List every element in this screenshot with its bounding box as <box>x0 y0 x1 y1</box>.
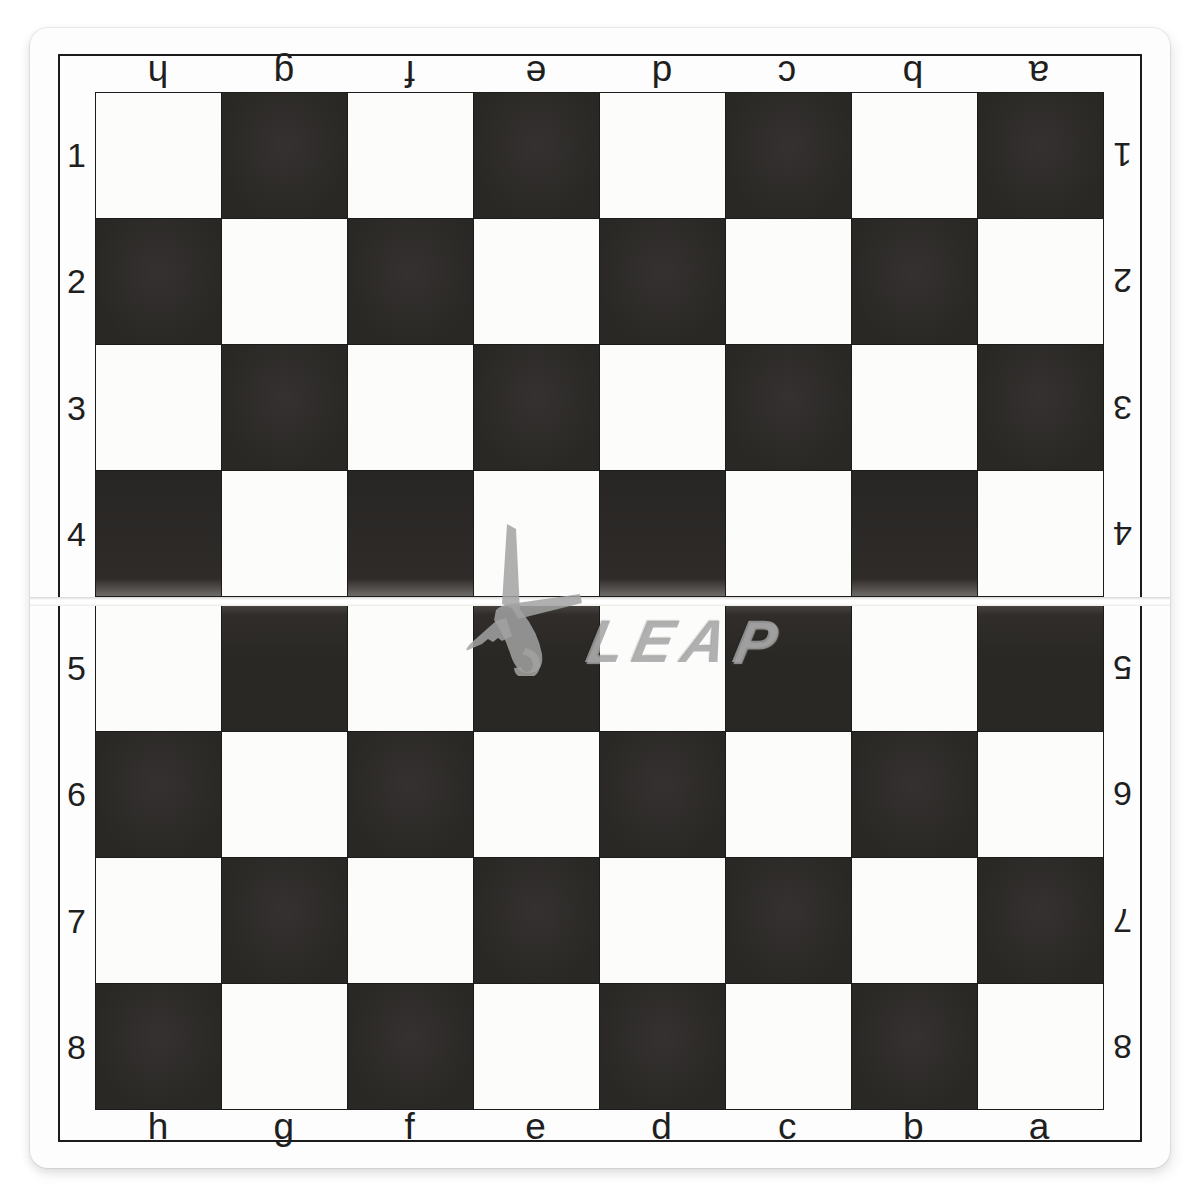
square-d5 <box>600 606 725 731</box>
files-bottom: hgfedcba <box>95 1110 1102 1142</box>
square-d1 <box>600 93 725 218</box>
square-c7 <box>726 858 851 983</box>
file-label-top-f: f <box>347 55 473 92</box>
square-c8 <box>726 984 851 1109</box>
square-h2 <box>96 219 221 344</box>
square-d4 <box>600 471 725 596</box>
square-g3 <box>222 345 347 470</box>
square-a5 <box>978 606 1103 731</box>
ranks-left-upper: 1234 <box>58 92 95 597</box>
square-f5 <box>348 606 473 731</box>
file-label-bottom-a: a <box>976 1108 1102 1145</box>
rank-label-left-7: 7 <box>58 858 95 984</box>
square-a2 <box>978 219 1103 344</box>
rank-label-right-8: 8 <box>1104 984 1141 1110</box>
product-photo-scene: hgfedcba hgfedcba 1234 5678 1234 5678 LE… <box>0 0 1200 1200</box>
board-top-half <box>95 92 1104 597</box>
square-c1 <box>726 93 851 218</box>
square-b3 <box>852 345 977 470</box>
square-d3 <box>600 345 725 470</box>
square-b4 <box>852 471 977 596</box>
square-e7 <box>474 858 599 983</box>
square-a1 <box>978 93 1103 218</box>
square-h1 <box>96 93 221 218</box>
square-a7 <box>978 858 1103 983</box>
square-d2 <box>600 219 725 344</box>
square-a3 <box>978 345 1103 470</box>
square-b6 <box>852 732 977 857</box>
file-label-bottom-c: c <box>724 1108 850 1145</box>
square-d8 <box>600 984 725 1109</box>
file-label-bottom-h: h <box>95 1108 221 1145</box>
board-bottom-half <box>95 605 1104 1110</box>
rank-label-left-6: 6 <box>58 731 95 857</box>
ranks-right-upper: 1234 <box>1104 92 1141 597</box>
rank-label-right-7: 7 <box>1104 858 1141 984</box>
square-g5 <box>222 606 347 731</box>
square-e6 <box>474 732 599 857</box>
square-g2 <box>222 219 347 344</box>
square-d7 <box>600 858 725 983</box>
square-g7 <box>222 858 347 983</box>
square-e3 <box>474 345 599 470</box>
square-g4 <box>222 471 347 596</box>
square-b8 <box>852 984 977 1109</box>
file-label-top-d: d <box>599 55 725 92</box>
rank-label-right-5: 5 <box>1104 605 1141 731</box>
square-g6 <box>222 732 347 857</box>
rank-label-right-1: 1 <box>1104 92 1141 218</box>
square-f6 <box>348 732 473 857</box>
rank-label-right-4: 4 <box>1104 471 1141 597</box>
square-a8 <box>978 984 1103 1109</box>
square-e4 <box>474 471 599 596</box>
square-c4 <box>726 471 851 596</box>
square-a4 <box>978 471 1103 596</box>
rank-label-left-8: 8 <box>58 984 95 1110</box>
square-b5 <box>852 606 977 731</box>
square-e2 <box>474 219 599 344</box>
square-d6 <box>600 732 725 857</box>
square-h7 <box>96 858 221 983</box>
square-f4 <box>348 471 473 596</box>
square-h8 <box>96 984 221 1109</box>
fold-seam <box>30 597 1170 606</box>
square-h3 <box>96 345 221 470</box>
square-h6 <box>96 732 221 857</box>
file-label-top-c: c <box>724 55 850 92</box>
square-f8 <box>348 984 473 1109</box>
square-c3 <box>726 345 851 470</box>
rank-label-right-3: 3 <box>1104 345 1141 471</box>
square-b1 <box>852 93 977 218</box>
square-c6 <box>726 732 851 857</box>
square-g1 <box>222 93 347 218</box>
file-label-bottom-g: g <box>221 1108 347 1145</box>
file-label-top-e: e <box>473 55 599 92</box>
ranks-left-lower: 5678 <box>58 605 95 1110</box>
file-label-top-a: a <box>976 55 1102 92</box>
square-h5 <box>96 606 221 731</box>
rank-label-right-6: 6 <box>1104 731 1141 857</box>
square-a6 <box>978 732 1103 857</box>
file-label-top-g: g <box>221 55 347 92</box>
square-h4 <box>96 471 221 596</box>
rank-label-left-5: 5 <box>58 605 95 731</box>
square-c5 <box>726 606 851 731</box>
square-b2 <box>852 219 977 344</box>
file-label-bottom-b: b <box>850 1108 976 1145</box>
ranks-right-lower: 5678 <box>1104 605 1141 1110</box>
square-b7 <box>852 858 977 983</box>
square-e1 <box>474 93 599 218</box>
square-f7 <box>348 858 473 983</box>
file-label-bottom-f: f <box>347 1108 473 1145</box>
rank-label-left-2: 2 <box>58 218 95 344</box>
file-label-top-b: b <box>850 55 976 92</box>
file-label-bottom-e: e <box>473 1108 599 1145</box>
file-label-bottom-d: d <box>599 1108 725 1145</box>
square-c2 <box>726 219 851 344</box>
square-g8 <box>222 984 347 1109</box>
rank-label-right-2: 2 <box>1104 218 1141 344</box>
rank-label-left-3: 3 <box>58 345 95 471</box>
square-f2 <box>348 219 473 344</box>
rank-label-left-1: 1 <box>58 92 95 218</box>
square-e5 <box>474 606 599 731</box>
square-f1 <box>348 93 473 218</box>
square-e8 <box>474 984 599 1109</box>
square-f3 <box>348 345 473 470</box>
rank-label-left-4: 4 <box>58 471 95 597</box>
file-label-top-h: h <box>95 55 221 92</box>
files-top: hgfedcba <box>95 54 1102 92</box>
